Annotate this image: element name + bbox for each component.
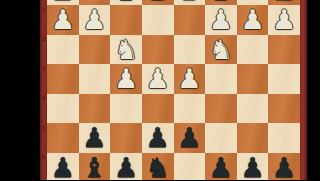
square-d5[interactable] — [174, 94, 206, 124]
chess-board: ♜♝♚♛♝♜♟♟♟♟♟♞♞♟♟♟♟♟♟♟♝♟♞♟♟♟♜♞♝♚♛♜ — [47, 0, 300, 180]
rank-label-1: 1 — [40, 7, 47, 13]
piece-white-knight[interactable]: ♞ — [110, 35, 142, 65]
square-d3[interactable] — [174, 35, 206, 65]
square-b6[interactable] — [237, 123, 269, 153]
piece-black-pawn[interactable]: ♟ — [47, 153, 79, 181]
square-f5[interactable] — [110, 94, 142, 124]
square-a5[interactable] — [268, 94, 300, 124]
square-b4[interactable] — [237, 64, 269, 94]
square-h7[interactable]: ♟ — [47, 153, 79, 181]
rank-label-2: 2 — [40, 36, 47, 42]
square-c6[interactable] — [205, 123, 237, 153]
square-a4[interactable] — [268, 64, 300, 94]
piece-white-pawn[interactable]: ♟ — [174, 64, 206, 94]
square-d2[interactable] — [174, 5, 206, 35]
square-h2[interactable]: ♟ — [47, 5, 79, 35]
piece-white-pawn[interactable]: ♟ — [268, 5, 300, 35]
square-g6[interactable]: ♟ — [79, 123, 111, 153]
square-a2[interactable]: ♟ — [268, 5, 300, 35]
square-g3[interactable] — [79, 35, 111, 65]
piece-black-pawn[interactable]: ♟ — [79, 123, 111, 153]
board-frame-right — [300, 0, 307, 180]
square-e5[interactable] — [142, 94, 174, 124]
rank-label-4: 4 — [40, 95, 47, 101]
square-c7[interactable]: ♟ — [205, 153, 237, 181]
piece-black-pawn[interactable]: ♟ — [174, 123, 206, 153]
piece-black-pawn[interactable]: ♟ — [205, 153, 237, 181]
square-c2[interactable]: ♟ — [205, 5, 237, 35]
piece-black-knight[interactable]: ♞ — [142, 153, 174, 181]
piece-white-pawn[interactable]: ♟ — [142, 64, 174, 94]
square-a3[interactable] — [268, 35, 300, 65]
piece-black-pawn[interactable]: ♟ — [110, 153, 142, 181]
square-c4[interactable] — [205, 64, 237, 94]
square-h3[interactable] — [47, 35, 79, 65]
square-d4[interactable]: ♟ — [174, 64, 206, 94]
square-b3[interactable] — [237, 35, 269, 65]
square-h5[interactable] — [47, 94, 79, 124]
square-e7[interactable]: ♞ — [142, 153, 174, 181]
chess-app-screen: ♜♝♚♛♝♜♟♟♟♟♟♞♞♟♟♟♟♟♟♟♝♟♞♟♟♟♜♞♝♚♛♜ 1234567… — [0, 0, 320, 180]
piece-white-pawn[interactable]: ♟ — [110, 64, 142, 94]
square-f7[interactable]: ♟ — [110, 153, 142, 181]
piece-white-pawn[interactable]: ♟ — [47, 5, 79, 35]
square-g7[interactable]: ♝ — [79, 153, 111, 181]
square-a7[interactable]: ♟ — [268, 153, 300, 181]
square-b7[interactable]: ♟ — [237, 153, 269, 181]
rank-label-3: 3 — [40, 66, 47, 72]
square-e4[interactable]: ♟ — [142, 64, 174, 94]
piece-white-pawn[interactable]: ♟ — [79, 5, 111, 35]
piece-white-pawn[interactable]: ♟ — [205, 5, 237, 35]
square-c3[interactable]: ♞ — [205, 35, 237, 65]
square-e2[interactable] — [142, 5, 174, 35]
square-b2[interactable]: ♟ — [237, 5, 269, 35]
rank-label-6: 6 — [40, 154, 47, 160]
square-g5[interactable] — [79, 94, 111, 124]
piece-black-bishop[interactable]: ♝ — [79, 153, 111, 181]
rank-label-5: 5 — [40, 125, 47, 131]
square-d7[interactable] — [174, 153, 206, 181]
square-h4[interactable] — [47, 64, 79, 94]
square-f4[interactable]: ♟ — [110, 64, 142, 94]
piece-white-knight[interactable]: ♞ — [205, 35, 237, 65]
square-g2[interactable]: ♟ — [79, 5, 111, 35]
square-g4[interactable] — [79, 64, 111, 94]
square-h6[interactable] — [47, 123, 79, 153]
square-d6[interactable]: ♟ — [174, 123, 206, 153]
square-f2[interactable] — [110, 5, 142, 35]
piece-black-pawn[interactable]: ♟ — [237, 153, 269, 181]
square-f3[interactable]: ♞ — [110, 35, 142, 65]
piece-black-pawn[interactable]: ♟ — [142, 123, 174, 153]
square-b5[interactable] — [237, 94, 269, 124]
square-a6[interactable] — [268, 123, 300, 153]
square-e6[interactable]: ♟ — [142, 123, 174, 153]
piece-white-pawn[interactable]: ♟ — [237, 5, 269, 35]
square-e3[interactable] — [142, 35, 174, 65]
square-f6[interactable] — [110, 123, 142, 153]
square-c5[interactable] — [205, 94, 237, 124]
piece-black-pawn[interactable]: ♟ — [268, 153, 300, 181]
